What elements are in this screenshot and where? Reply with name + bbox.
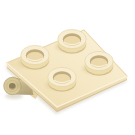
stud-front [48, 67, 76, 91]
stud-back [58, 29, 86, 53]
lego-part-photo [0, 0, 135, 135]
stud-left [21, 45, 49, 69]
stud-right [85, 51, 113, 75]
product-image [0, 0, 135, 135]
